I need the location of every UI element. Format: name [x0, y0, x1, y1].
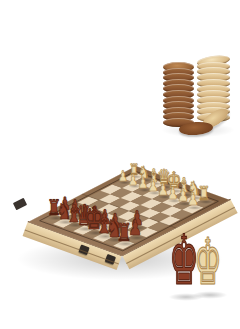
display-piece-light-king: ♚	[194, 230, 222, 294]
product-photo: ♜♞♝♛♚♝♞♜♟♟♟♟♟♟♟♟♟♟♟♟♟♟♟♟♜♞♝♛♚♝♞♜ ♚♚	[0, 0, 240, 329]
display-kings: ♚♚	[0, 0, 240, 329]
